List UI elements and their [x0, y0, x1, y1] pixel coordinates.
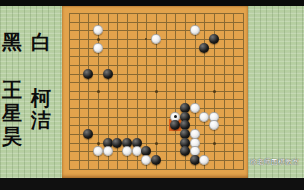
hoshi-point	[155, 142, 158, 145]
white-stone	[93, 43, 103, 53]
black-stone	[151, 155, 161, 165]
hoshi-point	[97, 142, 100, 145]
white-stone	[151, 34, 161, 44]
white-player-label: 白	[29, 31, 53, 53]
video-frame: 黑 王 星 昊 白 柯 洁 徐老师围棋教室	[0, 0, 304, 190]
tatami-background-left: 黑 王 星 昊 白 柯 洁	[0, 6, 62, 178]
black-stone	[199, 43, 209, 53]
hoshi-point	[213, 142, 216, 145]
black-stone	[103, 69, 113, 79]
white-stone	[190, 25, 200, 35]
black-player-label: 黑	[0, 31, 24, 53]
hoshi-point	[155, 90, 158, 93]
white-player-name-char: 柯	[29, 87, 53, 109]
tatami-background-right	[248, 6, 304, 178]
hoshi-point	[97, 90, 100, 93]
go-board	[62, 6, 248, 178]
channel-caption: 徐老师围棋教室	[250, 158, 304, 166]
white-player-name-char: 洁	[29, 109, 53, 131]
black-stone	[190, 155, 200, 165]
black-player-name-char: 王	[0, 79, 24, 101]
black-stone	[209, 34, 219, 44]
player-control-bar[interactable]	[0, 178, 304, 190]
hoshi-point	[213, 90, 216, 93]
hoshi-point	[97, 38, 100, 41]
black-player-name-char: 星	[0, 102, 24, 124]
black-player-name-char: 昊	[0, 125, 24, 147]
black-stone	[83, 69, 93, 79]
white-stone	[190, 103, 200, 113]
